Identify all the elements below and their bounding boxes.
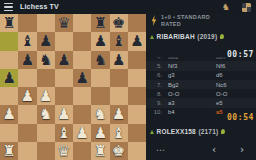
square-c7: ♟: [37, 32, 55, 50]
square-f4: [91, 87, 109, 105]
bullet-speed-icon: [151, 15, 157, 26]
move-row: 9.a3e5: [146, 98, 256, 107]
player-bottom-name: ROLEXX158: [157, 128, 196, 135]
square-a3: ♟: [0, 105, 18, 123]
black-pawn: ♟: [94, 32, 107, 50]
square-f7: ♟: [91, 32, 109, 50]
black-king: ♚: [112, 14, 125, 32]
square-b3: [18, 105, 36, 123]
move-number: 5.: [146, 63, 165, 69]
black-move[interactable]: O-O: [216, 91, 256, 97]
white-move[interactable]: Bd2: [168, 57, 216, 60]
white-queen: ♛: [57, 142, 70, 160]
square-h8: [128, 14, 146, 32]
black-pawn: ♟: [112, 51, 125, 69]
white-move[interactable]: b4: [168, 109, 216, 115]
arrow-up-icon: [150, 35, 154, 39]
white-move[interactable]: Nf3: [168, 63, 216, 69]
white-move[interactable]: Bg2: [168, 82, 216, 88]
time-control-label: 1+0 • STANDARD: [161, 14, 210, 21]
player-top[interactable]: RIBARIBAH (2019): [150, 33, 224, 40]
square-b7: ♝: [18, 32, 36, 50]
white-bishop: ♝: [57, 124, 70, 142]
black-pawn: ♟: [57, 51, 70, 69]
square-a8: ♜: [0, 14, 18, 32]
player-bottom[interactable]: ROLEXX158 (2171): [150, 128, 225, 135]
black-pawn: ♟: [75, 69, 88, 87]
square-e5: ♟: [73, 69, 91, 87]
square-b6: ♟: [18, 51, 36, 69]
player-bottom-rating: (2171): [198, 128, 218, 135]
move-row: 7.Bg2Nc6: [146, 80, 256, 89]
square-e1: [73, 142, 91, 160]
white-pawn: ♟: [2, 105, 15, 123]
move-number: 4.: [146, 57, 165, 60]
move-list: 4.Bd2Bb75.Nf3Nf66.g3d67.Bg2Nc68.O-OO-O9.…: [146, 57, 256, 117]
square-d1: ♛: [55, 142, 73, 160]
player-top-name: RIBARIBAH: [157, 33, 195, 40]
lichess-tv-screen: Lichess TV ♞ ♜♛♜♚♝♟♟♝♟♟♞♟♞♟♟♟♟♟♟♞♟♞♟♝♟♟♝…: [0, 0, 256, 160]
square-b5: [18, 69, 36, 87]
knight-piece-icon[interactable]: ♞: [222, 2, 230, 12]
white-pawn: ♟: [39, 87, 52, 105]
square-a2: [0, 124, 18, 142]
black-pawn: ♟: [39, 32, 52, 50]
square-c3: ♞: [37, 105, 55, 123]
move-number: 9.: [146, 100, 165, 106]
black-move[interactable]: Nf6: [216, 63, 256, 69]
next-move-icon[interactable]: ›: [240, 144, 244, 155]
square-h7: ♟: [128, 32, 146, 50]
black-rook: ♜: [94, 14, 107, 32]
square-a1: ♜: [0, 142, 18, 160]
square-e4: [73, 87, 91, 105]
black-pawn: ♟: [2, 69, 15, 87]
square-h1: [128, 142, 146, 160]
chess-board: ♜♛♜♚♝♟♟♝♟♟♞♟♞♟♟♟♟♟♟♞♟♞♟♝♟♟♝♜♛♜♚: [0, 14, 146, 160]
square-g2: ♝: [110, 124, 128, 142]
square-f8: ♜: [91, 14, 109, 32]
black-knight: ♞: [94, 51, 107, 69]
square-d6: ♟: [55, 51, 73, 69]
white-rook: ♜: [94, 142, 107, 160]
white-pawn: ♟: [21, 87, 34, 105]
square-d3: ♟: [55, 105, 73, 123]
flair-icon: [220, 34, 224, 39]
square-g8: ♚: [110, 14, 128, 32]
move-number: 10.: [146, 109, 165, 115]
white-move[interactable]: O-O: [168, 91, 216, 97]
square-c2: [37, 124, 55, 142]
square-e7: [73, 32, 91, 50]
move-navigation: ⋯ ‹ ›: [146, 144, 256, 160]
white-king: ♚: [112, 142, 125, 160]
square-c8: [37, 14, 55, 32]
black-pawn: ♟: [130, 32, 143, 50]
more-options-icon[interactable]: ⋯: [156, 145, 166, 155]
square-g1: ♚: [110, 142, 128, 160]
square-b1: [18, 142, 36, 160]
square-a6: [0, 51, 18, 69]
square-f2: ♟: [91, 124, 109, 142]
side-panel: 1+0 • STANDARD RATED RIBARIBAH (2019) 00…: [146, 14, 256, 160]
black-bishop: ♝: [21, 32, 34, 50]
square-f1: ♜: [91, 142, 109, 160]
square-g3: ♟: [110, 105, 128, 123]
square-d5: [55, 69, 73, 87]
white-pawn: ♟: [112, 105, 125, 123]
black-queen: ♛: [57, 14, 70, 32]
square-g7: ♝: [110, 32, 128, 50]
white-move[interactable]: g3: [168, 72, 216, 78]
square-f5: [91, 69, 109, 87]
square-h6: [128, 51, 146, 69]
page-title: Lichess TV: [20, 2, 59, 12]
move-row: 5.Nf3Nf6: [146, 61, 256, 70]
move-number: 7.: [146, 82, 165, 88]
black-knight: ♞: [39, 51, 52, 69]
move-row: 8.O-OO-O: [146, 89, 256, 98]
square-g6: ♟: [110, 51, 128, 69]
board-channels-icon[interactable]: [242, 3, 251, 12]
square-b2: [18, 124, 36, 142]
square-d7: [55, 32, 73, 50]
white-bishop: ♝: [112, 124, 125, 142]
square-d2: ♝: [55, 124, 73, 142]
black-pawn: ♟: [21, 51, 34, 69]
square-h2: [128, 124, 146, 142]
square-c4: ♟: [37, 87, 55, 105]
black-bishop: ♝: [112, 32, 125, 50]
white-pawn: ♟: [94, 124, 107, 142]
white-pawn: ♟: [57, 105, 70, 123]
square-e3: [73, 105, 91, 123]
square-c5: [37, 69, 55, 87]
square-c1: [37, 142, 55, 160]
square-b8: [18, 14, 36, 32]
black-move[interactable]: d6: [216, 72, 256, 78]
square-h3: [128, 105, 146, 123]
square-g4: [110, 87, 128, 105]
square-c6: ♞: [37, 51, 55, 69]
move-row: 6.g3d6: [146, 71, 256, 80]
square-e6: [73, 51, 91, 69]
black-move[interactable]: e5: [216, 100, 256, 106]
square-a5: ♟: [0, 69, 18, 87]
square-f6: ♞: [91, 51, 109, 69]
square-e2: ♟: [73, 124, 91, 142]
black-rook: ♜: [2, 14, 15, 32]
white-move[interactable]: a3: [168, 100, 216, 106]
square-a4: [0, 87, 18, 105]
square-g5: [110, 69, 128, 87]
white-knight: ♞: [39, 105, 52, 123]
black-move[interactable]: Nc6: [216, 82, 256, 88]
menu-icon[interactable]: [4, 3, 13, 11]
square-f3: ♞: [91, 105, 109, 123]
arrow-up-icon: [150, 130, 154, 134]
rated-label: RATED: [161, 21, 210, 28]
square-e8: [73, 14, 91, 32]
prev-move-icon[interactable]: ‹: [212, 144, 216, 155]
move-number: 8.: [146, 91, 165, 97]
move-number: 6.: [146, 72, 165, 78]
square-a7: [0, 32, 18, 50]
white-rook: ♜: [2, 142, 15, 160]
black-move[interactable]: Bb7: [216, 57, 256, 60]
topbar-actions: ♞: [222, 2, 251, 12]
square-d4: [55, 87, 73, 105]
white-knight: ♞: [94, 105, 107, 123]
flair-icon: [221, 129, 225, 134]
square-b4: ♟: [18, 87, 36, 105]
move-row: 4.Bd2Bb7: [146, 57, 256, 61]
square-h5: [128, 69, 146, 87]
white-pawn: ♟: [75, 124, 88, 142]
square-h4: [128, 87, 146, 105]
square-d8: ♛: [55, 14, 73, 32]
game-info: 1+0 • STANDARD RATED: [151, 14, 210, 27]
top-app-bar: Lichess TV ♞: [0, 0, 256, 14]
player-top-rating: (2019): [197, 33, 217, 40]
clock-bottom: 00:54: [227, 113, 254, 122]
